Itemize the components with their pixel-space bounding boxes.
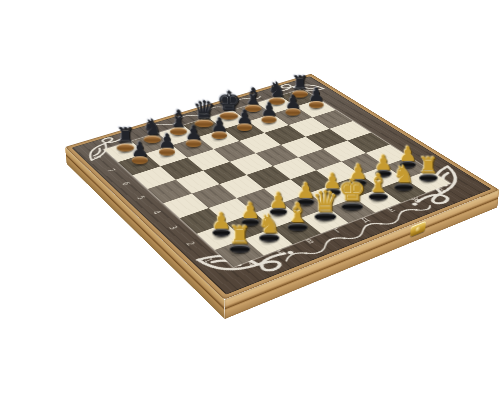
case-lid-top: АБВГДЕЖЗ 87654321 ♜♞♝♛♚♝♞♜♟♟♟♟♟♟♟♟♟♟♟♟♟♟… [65,74,499,300]
chess-set-photo: АБВГДЕЖЗ 87654321 ♜♞♝♛♚♝♞♜♟♟♟♟♟♟♟♟♟♟♟♟♟♟… [0,0,500,400]
piece-base [229,245,250,253]
piece-base [211,131,226,139]
piece-base [185,139,201,147]
piece-base [287,223,307,231]
brass-clasp [410,221,426,237]
piece-base [285,108,300,115]
piece-base [236,123,251,131]
piece-glyph: ♛ [311,187,337,216]
piece-base [394,183,413,190]
piece-base [131,156,147,164]
piece-base [158,148,174,156]
piece-base [314,213,336,221]
piece-base [258,234,278,242]
piece-base [418,174,437,181]
piece-base [308,101,323,108]
wooden-folding-case: АБВГДЕЖЗ 87654321 ♜♞♝♛♚♝♞♜♟♟♟♟♟♟♟♟♟♟♟♟♟♟… [67,89,498,319]
piece-base [368,193,387,200]
piece-base [341,203,362,211]
piece-base [261,116,276,124]
